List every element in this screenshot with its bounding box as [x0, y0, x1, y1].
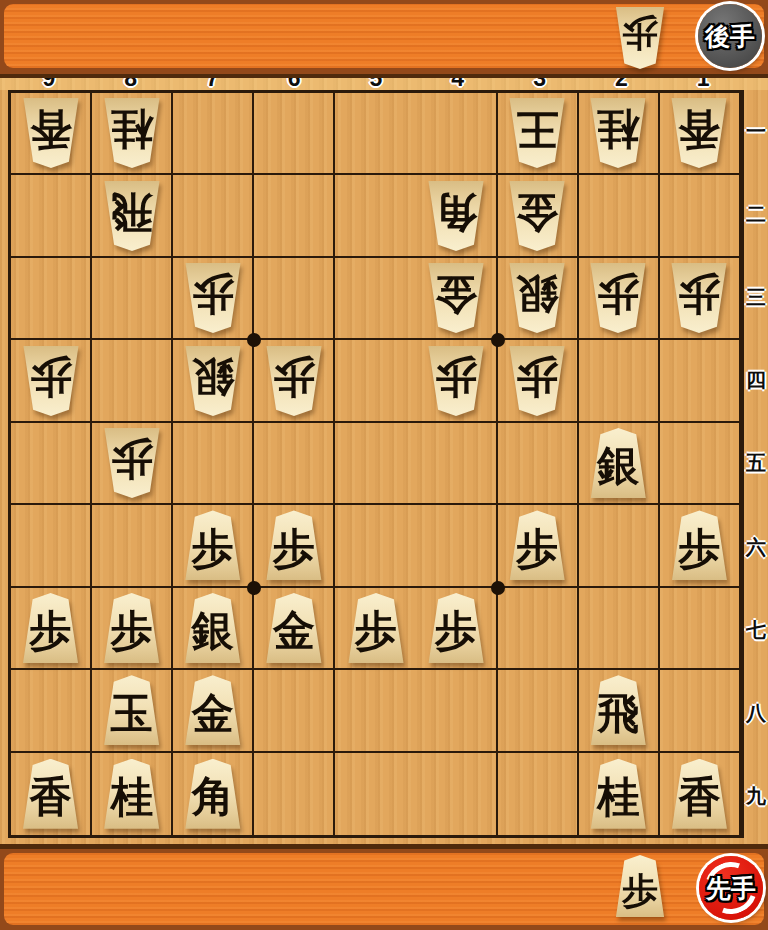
- piece-wrap: 歩: [667, 510, 731, 580]
- square-3-8[interactable]: [498, 670, 579, 752]
- square-5-7[interactable]: 歩: [335, 588, 416, 670]
- gote-silver-general-piece[interactable]: 銀: [181, 346, 245, 416]
- square-8-5[interactable]: 歩: [92, 423, 173, 505]
- square-2-8[interactable]: 飛: [579, 670, 660, 752]
- square-5-4[interactable]: [335, 340, 416, 422]
- square-9-2[interactable]: [11, 175, 92, 257]
- rank-label-4: 四: [744, 339, 768, 422]
- sente-knight-piece[interactable]: 桂: [586, 759, 650, 829]
- rank-labels: 一二三四五六七八九: [744, 90, 768, 838]
- piece-wrap: 歩: [100, 593, 164, 663]
- piece-wrap: 歩: [424, 346, 488, 416]
- square-7-3[interactable]: 歩: [173, 258, 254, 340]
- gote-king-piece[interactable]: 王: [505, 98, 569, 168]
- piece-wrap: 歩: [344, 593, 408, 663]
- sente-hand-piece-wrap: 歩: [612, 855, 668, 917]
- board-grid: 香桂王桂香飛角金歩金銀歩歩歩銀歩歩歩歩銀歩歩歩歩歩歩銀金歩歩玉金飛香桂角桂香: [8, 90, 744, 838]
- gote-pawn-piece[interactable]: 歩: [100, 428, 164, 498]
- sente-pawn-piece[interactable]: 歩: [100, 593, 164, 663]
- square-7-5[interactable]: [173, 423, 254, 505]
- square-2-9[interactable]: 桂: [579, 753, 660, 835]
- piece-wrap: 歩: [505, 510, 569, 580]
- square-9-8[interactable]: [11, 670, 92, 752]
- square-7-8[interactable]: 金: [173, 670, 254, 752]
- square-6-3[interactable]: [254, 258, 335, 340]
- gote-hand-piece-wrap: 歩: [612, 7, 668, 69]
- square-6-1[interactable]: [254, 93, 335, 175]
- gote-pawn-piece[interactable]: 歩: [181, 263, 245, 333]
- square-2-6[interactable]: [579, 505, 660, 587]
- piece-wrap: 金: [181, 675, 245, 745]
- square-8-1[interactable]: 桂: [92, 93, 173, 175]
- square-4-8[interactable]: [417, 670, 498, 752]
- square-2-3[interactable]: 歩: [579, 258, 660, 340]
- square-6-7[interactable]: 金: [254, 588, 335, 670]
- shogi-app: 987654321 一二三四五六七八九 香桂王桂香飛角金歩金銀歩歩歩銀歩歩歩歩銀…: [0, 0, 768, 930]
- gote-silver-general-piece[interactable]: 銀: [505, 263, 569, 333]
- piece-wrap: 金: [505, 181, 569, 251]
- sente-badge: 先手: [699, 856, 763, 920]
- piece-wrap: 玉: [100, 675, 164, 745]
- sente-pawn-piece[interactable]: 歩: [344, 593, 408, 663]
- piece-wrap: 歩: [424, 593, 488, 663]
- gote-pawn-piece[interactable]: 歩: [19, 346, 83, 416]
- gote-pawn-in-hand[interactable]: 歩: [612, 7, 668, 69]
- square-1-8[interactable]: [660, 670, 741, 752]
- square-1-7[interactable]: [660, 588, 741, 670]
- piece-wrap: 歩: [262, 346, 326, 416]
- rank-label-8: 八: [744, 672, 768, 755]
- rank-label-7: 七: [744, 589, 768, 672]
- piece-wrap: 歩: [181, 510, 245, 580]
- sente-knight-piece[interactable]: 桂: [100, 759, 164, 829]
- gote-gold-general-piece[interactable]: 金: [424, 263, 488, 333]
- rank-label-1: 一: [744, 90, 768, 173]
- square-8-4[interactable]: [92, 340, 173, 422]
- gote-pawn-piece[interactable]: 歩: [667, 263, 731, 333]
- square-5-2[interactable]: [335, 175, 416, 257]
- square-1-3[interactable]: 歩: [660, 258, 741, 340]
- square-1-6[interactable]: 歩: [660, 505, 741, 587]
- square-7-9[interactable]: 角: [173, 753, 254, 835]
- gote-pawn-piece[interactable]: 歩: [586, 263, 650, 333]
- square-8-6[interactable]: [92, 505, 173, 587]
- square-5-6[interactable]: [335, 505, 416, 587]
- gote-lance-piece[interactable]: 香: [19, 98, 83, 168]
- square-9-4[interactable]: 歩: [11, 340, 92, 422]
- square-6-4[interactable]: 歩: [254, 340, 335, 422]
- gote-rook-piece[interactable]: 飛: [100, 181, 164, 251]
- rank-label-2: 二: [744, 173, 768, 256]
- rank-label-5: 五: [744, 422, 768, 505]
- gote-pawn-piece[interactable]: 歩: [262, 346, 326, 416]
- piece-wrap: 飛: [586, 675, 650, 745]
- piece-wrap: 桂: [586, 759, 650, 829]
- piece-wrap: 歩: [667, 263, 731, 333]
- piece-wrap: 金: [424, 263, 488, 333]
- gote-hand-bar: 歩 後手: [0, 0, 768, 78]
- square-8-7[interactable]: 歩: [92, 588, 173, 670]
- square-5-3[interactable]: [335, 258, 416, 340]
- sente-silver-general-piece[interactable]: 銀: [586, 428, 650, 498]
- gote-gold-general-piece[interactable]: 金: [505, 181, 569, 251]
- square-7-1[interactable]: [173, 93, 254, 175]
- piece-wrap: 角: [181, 759, 245, 829]
- square-4-9[interactable]: [417, 753, 498, 835]
- piece-wrap: 桂: [100, 759, 164, 829]
- piece-wrap: 歩: [19, 346, 83, 416]
- gote-bishop-piece[interactable]: 角: [424, 181, 488, 251]
- square-6-5[interactable]: [254, 423, 335, 505]
- square-7-2[interactable]: [173, 175, 254, 257]
- piece-wrap: 歩: [19, 593, 83, 663]
- sente-lance-piece[interactable]: 香: [667, 759, 731, 829]
- square-3-5[interactable]: [498, 423, 579, 505]
- sente-bishop-piece[interactable]: 角: [181, 759, 245, 829]
- sente-pawn-piece[interactable]: 歩: [181, 510, 245, 580]
- square-1-1[interactable]: 香: [660, 93, 741, 175]
- piece-wrap: 歩: [586, 263, 650, 333]
- piece-wrap: 香: [19, 759, 83, 829]
- square-1-4[interactable]: [660, 340, 741, 422]
- square-4-5[interactable]: [417, 423, 498, 505]
- square-7-4[interactable]: 銀: [173, 340, 254, 422]
- gote-pawn-piece[interactable]: 歩: [505, 346, 569, 416]
- sente-gold-general-piece[interactable]: 金: [181, 675, 245, 745]
- square-5-5[interactable]: [335, 423, 416, 505]
- rank-label-9: 九: [744, 755, 768, 838]
- gote-lance-piece[interactable]: 香: [667, 98, 731, 168]
- piece-wrap: 歩: [100, 428, 164, 498]
- square-2-2[interactable]: [579, 175, 660, 257]
- square-3-2[interactable]: 金: [498, 175, 579, 257]
- square-4-2[interactable]: 角: [417, 175, 498, 257]
- square-4-6[interactable]: [417, 505, 498, 587]
- sente-pawn-piece[interactable]: 歩: [424, 593, 488, 663]
- square-8-8[interactable]: 玉: [92, 670, 173, 752]
- sente-badge-label: 先手: [706, 876, 756, 901]
- square-9-6[interactable]: [11, 505, 92, 587]
- gote-knight-piece[interactable]: 桂: [586, 98, 650, 168]
- square-3-7[interactable]: [498, 588, 579, 670]
- square-5-9[interactable]: [335, 753, 416, 835]
- sente-rook-piece[interactable]: 飛: [586, 675, 650, 745]
- star-point: [247, 333, 261, 347]
- sente-pawn-in-hand[interactable]: 歩: [612, 855, 668, 917]
- piece-wrap: 銀: [181, 346, 245, 416]
- piece-wrap: 角: [424, 181, 488, 251]
- gote-pawn-piece[interactable]: 歩: [424, 346, 488, 416]
- piece-wrap: 王: [505, 98, 569, 168]
- sente-lance-piece[interactable]: 香: [19, 759, 83, 829]
- sente-pawn-piece[interactable]: 歩: [667, 510, 731, 580]
- square-7-6[interactable]: 歩: [173, 505, 254, 587]
- square-3-4[interactable]: 歩: [498, 340, 579, 422]
- square-3-6[interactable]: 歩: [498, 505, 579, 587]
- gote-badge: 後手: [698, 4, 762, 68]
- square-5-8[interactable]: [335, 670, 416, 752]
- sente-silver-general-piece[interactable]: 銀: [181, 593, 245, 663]
- sente-pawn-piece[interactable]: 歩: [505, 510, 569, 580]
- piece-wrap: 香: [667, 98, 731, 168]
- square-9-9[interactable]: 香: [11, 753, 92, 835]
- rank-label-3: 三: [744, 256, 768, 339]
- square-1-2[interactable]: [660, 175, 741, 257]
- square-1-9[interactable]: 香: [660, 753, 741, 835]
- piece-wrap: 飛: [100, 181, 164, 251]
- square-2-1[interactable]: 桂: [579, 93, 660, 175]
- square-3-1[interactable]: 王: [498, 93, 579, 175]
- square-1-5[interactable]: [660, 423, 741, 505]
- square-6-9[interactable]: [254, 753, 335, 835]
- square-2-4[interactable]: [579, 340, 660, 422]
- square-2-7[interactable]: [579, 588, 660, 670]
- sente-king-piece[interactable]: 玉: [100, 675, 164, 745]
- square-9-5[interactable]: [11, 423, 92, 505]
- piece-wrap: 銀: [586, 428, 650, 498]
- square-6-2[interactable]: [254, 175, 335, 257]
- star-point: [247, 581, 261, 595]
- square-6-8[interactable]: [254, 670, 335, 752]
- square-4-7[interactable]: 歩: [417, 588, 498, 670]
- sente-gold-general-piece[interactable]: 金: [262, 593, 326, 663]
- gote-badge-label: 後手: [705, 24, 755, 49]
- rank-label-6: 六: [744, 506, 768, 589]
- square-6-6[interactable]: 歩: [254, 505, 335, 587]
- piece-wrap: 桂: [586, 98, 650, 168]
- piece-wrap: 銀: [181, 593, 245, 663]
- square-3-9[interactable]: [498, 753, 579, 835]
- gote-knight-piece[interactable]: 桂: [100, 98, 164, 168]
- sente-hand-bar: 歩 先手: [0, 844, 768, 930]
- square-5-1[interactable]: [335, 93, 416, 175]
- square-4-3[interactable]: 金: [417, 258, 498, 340]
- square-8-3[interactable]: [92, 258, 173, 340]
- square-4-1[interactable]: [417, 93, 498, 175]
- piece-wrap: 銀: [505, 263, 569, 333]
- square-9-7[interactable]: 歩: [11, 588, 92, 670]
- square-3-3[interactable]: 銀: [498, 258, 579, 340]
- square-9-3[interactable]: [11, 258, 92, 340]
- square-8-2[interactable]: 飛: [92, 175, 173, 257]
- square-9-1[interactable]: 香: [11, 93, 92, 175]
- piece-wrap: 歩: [505, 346, 569, 416]
- piece-wrap: 香: [667, 759, 731, 829]
- sente-pawn-piece[interactable]: 歩: [262, 510, 326, 580]
- piece-wrap: 歩: [181, 263, 245, 333]
- square-8-9[interactable]: 桂: [92, 753, 173, 835]
- square-2-5[interactable]: 銀: [579, 423, 660, 505]
- piece-wrap: 桂: [100, 98, 164, 168]
- piece-wrap: 香: [19, 98, 83, 168]
- star-point: [491, 581, 505, 595]
- sente-pawn-piece[interactable]: 歩: [19, 593, 83, 663]
- square-7-7[interactable]: 銀: [173, 588, 254, 670]
- piece-wrap: 歩: [262, 510, 326, 580]
- square-4-4[interactable]: 歩: [417, 340, 498, 422]
- piece-wrap: 金: [262, 593, 326, 663]
- star-point: [491, 333, 505, 347]
